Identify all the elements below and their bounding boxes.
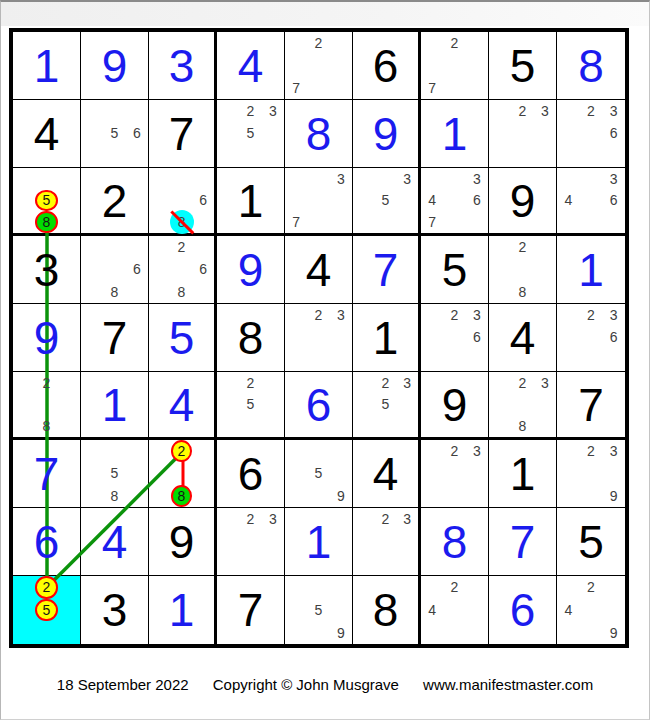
top-bar	[1, 2, 649, 26]
circled-candidate: 5	[35, 190, 57, 212]
solved-digit: 9	[353, 100, 418, 167]
cell-r9c3[interactable]: 1	[149, 576, 217, 644]
cell-r2c8[interactable]: 23	[489, 100, 557, 168]
cell-r2c4[interactable]: 235	[217, 100, 285, 168]
pencil-mark: 8	[35, 415, 57, 437]
cell-r6c7[interactable]: 9	[421, 372, 489, 440]
cell-r7c2[interactable]: 58	[81, 440, 149, 508]
cell-r4c3[interactable]: 268	[149, 236, 217, 304]
solved-digit: 4	[81, 508, 148, 575]
cell-r9c9[interactable]: 249	[557, 576, 625, 644]
pencil-mark: 2	[443, 304, 465, 326]
cell-r9c7[interactable]: 24	[421, 576, 489, 644]
cell-r4c8[interactable]: 28	[489, 236, 557, 304]
pencil-mark: 3	[602, 168, 625, 190]
pencil-mark: 2	[580, 304, 603, 326]
circled-candidate: 2	[171, 440, 193, 462]
cell-r8c9[interactable]: 5	[557, 508, 625, 576]
cell-r5c5[interactable]: 23	[285, 304, 353, 372]
solved-digit: 1	[285, 508, 352, 575]
given-digit: 5	[421, 236, 488, 303]
given-digit: 9	[149, 508, 214, 575]
cell-r2c1[interactable]: 4	[13, 100, 81, 168]
pencil-mark: 3	[330, 304, 352, 326]
cell-r3c5[interactable]: 37	[285, 168, 353, 236]
given-digit: 3	[81, 576, 148, 644]
pencil-mark: 7	[285, 211, 307, 233]
pencil-mark: 3	[396, 372, 418, 394]
cell-r1c2[interactable]: 9	[81, 32, 149, 100]
solved-digit: 3	[149, 32, 214, 99]
solved-digit: 6	[285, 372, 352, 437]
footer-website: www.manifestmaster.com	[423, 676, 593, 693]
given-digit: 7	[557, 372, 625, 437]
pencil-mark: 4	[557, 190, 580, 212]
pencil-mark: 9	[330, 485, 352, 507]
pencil-mark: 2	[375, 372, 397, 394]
pencil-mark: 5	[239, 394, 261, 416]
cell-r8c2[interactable]: 4	[81, 508, 149, 576]
given-digit: 3	[13, 236, 80, 303]
pencil-mark: 4	[421, 190, 443, 212]
pencil-mark: 2	[239, 100, 261, 122]
solved-digit: 8	[285, 100, 352, 167]
cell-r7c7[interactable]: 23	[421, 440, 489, 508]
pencil-mark: 9	[602, 485, 625, 507]
cell-r3c8[interactable]: 9	[489, 168, 557, 236]
pencil-mark: 3	[396, 508, 418, 530]
cell-r7c1[interactable]: 7	[13, 440, 81, 508]
pencil-mark: 2	[307, 304, 329, 326]
pencil-mark: 2	[580, 576, 603, 599]
cell-r5c1[interactable]: 9	[13, 304, 81, 372]
cell-r3c2[interactable]: 2	[81, 168, 149, 236]
given-digit: 7	[81, 304, 148, 371]
pencil-mark: 2	[511, 100, 533, 122]
given-digit: 8	[353, 576, 418, 644]
cell-r6c2[interactable]: 1	[81, 372, 149, 440]
cell-r5c9[interactable]: 236	[557, 304, 625, 372]
pencil-mark: 2	[239, 508, 261, 530]
pencil-mark: 9	[602, 621, 625, 644]
solved-digit: 7	[13, 440, 80, 507]
cell-r9c1[interactable]: 25	[13, 576, 81, 644]
pencil-mark: 6	[602, 326, 625, 348]
given-digit: 7	[217, 576, 284, 644]
pencil-mark: 6	[602, 190, 625, 212]
cell-r4c7[interactable]: 5	[421, 236, 489, 304]
pencil-mark: 3	[396, 168, 418, 190]
solved-digit: 9	[217, 236, 284, 303]
pencil-mark: 3	[602, 100, 625, 122]
cell-r5c8[interactable]: 4	[489, 304, 557, 372]
pencil-mark: 3	[262, 100, 284, 122]
cell-r1c1[interactable]: 1	[13, 32, 81, 100]
cell-r4c1[interactable]: 3	[13, 236, 81, 304]
cell-r3c6[interactable]: 35	[353, 168, 421, 236]
pencil-mark: 6	[192, 190, 214, 212]
cell-r7c3[interactable]: 28	[149, 440, 217, 508]
solved-digit: 8	[557, 32, 625, 99]
pencil-mark: 5	[375, 190, 397, 212]
given-digit: 6	[217, 440, 284, 507]
cell-r1c7[interactable]: 27	[421, 32, 489, 100]
pencil-mark: 5	[375, 394, 397, 416]
pencil-mark: 2	[580, 440, 603, 462]
footer-copyright: Copyright © John Musgrave	[213, 676, 399, 693]
pencil-mark: 4	[557, 599, 580, 622]
cell-r1c9[interactable]: 8	[557, 32, 625, 100]
pencil-mark: 3	[466, 168, 488, 190]
pencil-mark: 2	[307, 32, 329, 54]
pencil-mark: 8	[511, 281, 533, 303]
cell-r9c2[interactable]: 3	[81, 576, 149, 644]
solved-digit: 8	[421, 508, 488, 575]
cell-r4c9[interactable]: 1	[557, 236, 625, 304]
cell-r2c7[interactable]: 1	[421, 100, 489, 168]
cell-r8c5[interactable]: 1	[285, 508, 353, 576]
pencil-mark: 7	[285, 77, 307, 99]
given-digit: 5	[557, 508, 625, 575]
cell-r3c4[interactable]: 1	[217, 168, 285, 236]
pencil-mark: 2	[511, 372, 533, 394]
pencil-mark: 7	[421, 77, 443, 99]
pencil-mark: 6	[602, 122, 625, 144]
given-digit: 2	[81, 168, 148, 233]
cell-r6c5[interactable]: 6	[285, 372, 353, 440]
pencil-mark: 2	[511, 236, 533, 258]
cell-r9c6[interactable]: 8	[353, 576, 421, 644]
given-digit: 4	[353, 440, 418, 507]
cell-r2c9[interactable]: 236	[557, 100, 625, 168]
cell-r2c6[interactable]: 9	[353, 100, 421, 168]
pencil-mark: 6	[466, 190, 488, 212]
pencil-mark: 3	[534, 100, 556, 122]
pencil-mark: 2	[35, 372, 57, 394]
pencil-mark: 7	[421, 211, 443, 233]
pencil-mark: 4	[421, 599, 443, 622]
cell-r1c3[interactable]: 3	[149, 32, 217, 100]
pencil-mark: 5	[103, 122, 125, 144]
cell-r8c4[interactable]: 23	[217, 508, 285, 576]
pencil-mark: 9	[330, 621, 352, 644]
sudoku-app-screenshot: 1934276275845672358912323658268137353467…	[0, 0, 650, 720]
cell-r9c5[interactable]: 59	[285, 576, 353, 644]
given-digit: 5	[489, 32, 556, 99]
circled-candidate: 2	[35, 576, 57, 599]
cell-r1c8[interactable]: 5	[489, 32, 557, 100]
solved-digit: 9	[81, 32, 148, 99]
pencil-mark: 3	[466, 304, 488, 326]
solved-digit: 5	[149, 304, 214, 371]
cell-r4c5[interactable]: 4	[285, 236, 353, 304]
pencil-mark: 5	[307, 599, 329, 622]
cell-r4c6[interactable]: 7	[353, 236, 421, 304]
cell-r6c9[interactable]: 7	[557, 372, 625, 440]
solved-digit: 1	[557, 236, 625, 303]
pencil-mark: 5	[103, 462, 125, 484]
pencil-mark: 3	[534, 372, 556, 394]
pencil-mark: 2	[443, 576, 465, 599]
circled-candidate: 8	[35, 211, 57, 233]
pencil-mark: 8	[511, 415, 533, 437]
solved-digit: 4	[149, 372, 214, 437]
solved-digit: 6	[13, 508, 80, 575]
solved-digit: 1	[149, 576, 214, 644]
pencil-mark: 5	[307, 462, 329, 484]
pencil-mark: 3	[330, 168, 352, 190]
pencil-mark: 2	[443, 32, 465, 54]
cell-r6c1[interactable]: 28	[13, 372, 81, 440]
solved-digit: 1	[81, 372, 148, 437]
cell-r8c3[interactable]: 9	[149, 508, 217, 576]
given-digit: 4	[489, 304, 556, 371]
cell-r7c9[interactable]: 239	[557, 440, 625, 508]
cell-r1c6[interactable]: 6	[353, 32, 421, 100]
footer: 18 September 2022 Copyright © John Musgr…	[1, 676, 649, 693]
cell-r8c1[interactable]: 6	[13, 508, 81, 576]
cell-r8c7[interactable]: 8	[421, 508, 489, 576]
cell-r6c3[interactable]: 4	[149, 372, 217, 440]
pencil-mark: 3	[602, 440, 625, 462]
given-digit: 1	[489, 440, 556, 507]
solved-digit: 9	[13, 304, 80, 371]
cell-r1c5[interactable]: 27	[285, 32, 353, 100]
solved-digit: 7	[353, 236, 418, 303]
given-digit: 4	[285, 236, 352, 303]
cell-r5c2[interactable]: 7	[81, 304, 149, 372]
cell-r5c6[interactable]: 1	[353, 304, 421, 372]
cell-r6c6[interactable]: 235	[353, 372, 421, 440]
cell-r3c3[interactable]: 68	[149, 168, 217, 236]
given-digit: 1	[353, 304, 418, 371]
cell-r3c7[interactable]: 3467	[421, 168, 489, 236]
cell-r4c4[interactable]: 9	[217, 236, 285, 304]
cell-r4c2[interactable]: 68	[81, 236, 149, 304]
cell-r2c5[interactable]: 8	[285, 100, 353, 168]
cell-r1c4[interactable]: 4	[217, 32, 285, 100]
cell-r8c6[interactable]: 23	[353, 508, 421, 576]
footer-date: 18 September 2022	[57, 676, 189, 693]
given-digit: 1	[217, 168, 284, 233]
solved-digit: 4	[217, 32, 284, 99]
given-digit: 9	[489, 168, 556, 233]
pencil-mark: 8	[171, 281, 193, 303]
pencil-mark: 6	[126, 122, 148, 144]
cell-r6c8[interactable]: 238	[489, 372, 557, 440]
eliminated-candidate: 8	[170, 210, 194, 234]
sudoku-board: 1934276275845672358912323658268137353467…	[9, 28, 629, 648]
cell-r2c3[interactable]: 7	[149, 100, 217, 168]
cell-r5c4[interactable]: 8	[217, 304, 285, 372]
pencil-mark: 8	[103, 281, 125, 303]
solved-digit: 6	[489, 576, 556, 644]
cell-r8c8[interactable]: 7	[489, 508, 557, 576]
pencil-mark: 2	[171, 236, 193, 258]
circled-candidate: 5	[35, 599, 57, 622]
pencil-mark: 2	[239, 372, 261, 394]
given-digit: 8	[217, 304, 284, 371]
cell-r9c4[interactable]: 7	[217, 576, 285, 644]
pencil-mark: 2	[580, 100, 603, 122]
pencil-mark: 2	[375, 508, 397, 530]
cell-r5c7[interactable]: 236	[421, 304, 489, 372]
given-digit: 4	[13, 100, 80, 167]
cell-r5c3[interactable]: 5	[149, 304, 217, 372]
pencil-mark: 3	[466, 440, 488, 462]
given-digit: 9	[421, 372, 488, 437]
cell-r6c4[interactable]: 25	[217, 372, 285, 440]
cell-r3c1[interactable]: 58	[13, 168, 81, 236]
pencil-mark: 2	[443, 440, 465, 462]
pencil-mark: 6	[126, 258, 148, 280]
solved-digit: 1	[13, 32, 80, 99]
pencil-mark: 5	[239, 122, 261, 144]
cell-r3c9[interactable]: 346	[557, 168, 625, 236]
pencil-mark: 8	[103, 485, 125, 507]
cell-r7c5[interactable]: 59	[285, 440, 353, 508]
pencil-mark: 3	[602, 304, 625, 326]
pencil-mark: 3	[262, 508, 284, 530]
circled-candidate: 8	[171, 485, 193, 507]
pencil-mark: 6	[192, 258, 214, 280]
cell-r7c4[interactable]: 6	[217, 440, 285, 508]
given-digit: 6	[353, 32, 418, 99]
cell-r2c2[interactable]: 56	[81, 100, 149, 168]
cell-r7c6[interactable]: 4	[353, 440, 421, 508]
given-digit: 7	[149, 100, 214, 167]
pencil-mark: 6	[466, 326, 488, 348]
solved-digit: 7	[489, 508, 556, 575]
cell-r9c8[interactable]: 6	[489, 576, 557, 644]
solved-digit: 1	[421, 100, 488, 167]
cell-r7c8[interactable]: 1	[489, 440, 557, 508]
